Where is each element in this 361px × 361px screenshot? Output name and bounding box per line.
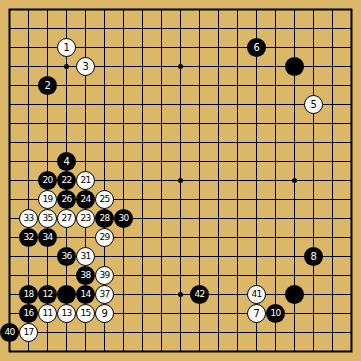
star-point-D16 [64, 64, 69, 69]
stone-move-2-C15: 2 [38, 76, 57, 95]
stones-layer: 1234567891011121314151617181920212223242… [0, 0, 361, 361]
stone-move-33-B8: 33 [19, 209, 38, 228]
move-number: 16 [23, 309, 33, 318]
stone-move-36-D6: 36 [57, 247, 76, 266]
move-number: 34 [42, 233, 52, 242]
stone-move-17-B2: 17 [19, 323, 38, 342]
stone-move-27-D8: 27 [57, 209, 76, 228]
move-number: 42 [194, 290, 204, 299]
move-number: 15 [80, 309, 90, 318]
move-number: 4 [63, 157, 69, 167]
move-number: 25 [99, 195, 109, 204]
star-point-K10 [178, 178, 183, 183]
move-number: 27 [61, 214, 71, 223]
move-number: 11 [42, 309, 52, 318]
move-number: 24 [80, 195, 90, 204]
go-board-diagram[interactable]: 1234567891011121314151617181920212223242… [0, 0, 361, 361]
move-number: 28 [99, 214, 109, 223]
stone-move-32-B7: 32 [19, 228, 38, 247]
move-number: 22 [61, 176, 71, 185]
stone-move-30-G8: 30 [114, 209, 133, 228]
stone-move-23-E8: 23 [76, 209, 95, 228]
handicap-stone-Q16 [285, 57, 304, 76]
move-number: 37 [99, 290, 109, 299]
stone-move-42-L4: 42 [190, 285, 209, 304]
stone-move-39-F5: 39 [95, 266, 114, 285]
stone-move-10-P3: 10 [266, 304, 285, 323]
move-number: 36 [61, 252, 71, 261]
stone-move-4-D11: 4 [57, 152, 76, 171]
move-number: 5 [310, 100, 316, 110]
move-number: 3 [82, 62, 88, 72]
stone-move-41-O4: 41 [247, 285, 266, 304]
move-number: 39 [99, 271, 109, 280]
move-number: 23 [80, 214, 90, 223]
star-point-K4 [178, 292, 183, 297]
stone-move-16-B3: 16 [19, 304, 38, 323]
move-number: 40 [4, 328, 14, 337]
move-number: 18 [23, 290, 33, 299]
stone-move-22-D10: 22 [57, 171, 76, 190]
move-number: 14 [80, 290, 90, 299]
stone-move-15-E3: 15 [76, 304, 95, 323]
stone-move-5-R14: 5 [304, 95, 323, 114]
stone-move-24-E9: 24 [76, 190, 95, 209]
move-number: 6 [253, 43, 259, 53]
move-number: 1 [63, 43, 69, 53]
move-number: 12 [42, 290, 52, 299]
stone-move-38-E5: 38 [76, 266, 95, 285]
move-number: 32 [23, 233, 33, 242]
move-number: 30 [118, 214, 128, 223]
move-number: 41 [251, 290, 261, 299]
stone-move-31-E6: 31 [76, 247, 95, 266]
stone-move-18-B4: 18 [19, 285, 38, 304]
move-number: 38 [80, 271, 90, 280]
handicap-stone-Q4 [285, 285, 304, 304]
move-number: 7 [253, 309, 259, 319]
move-number: 21 [80, 176, 90, 185]
stone-move-12-C4: 12 [38, 285, 57, 304]
move-number: 10 [270, 309, 280, 318]
move-number: 17 [23, 328, 33, 337]
move-number: 2 [44, 81, 50, 91]
stone-move-3-E16: 3 [76, 57, 95, 76]
stone-move-6-O17: 6 [247, 38, 266, 57]
move-number: 13 [61, 309, 71, 318]
stone-move-19-C9: 19 [38, 190, 57, 209]
move-number: 35 [42, 214, 52, 223]
stone-move-21-E10: 21 [76, 171, 95, 190]
move-number: 9 [101, 309, 107, 319]
stone-move-11-C3: 11 [38, 304, 57, 323]
move-number: 33 [23, 214, 33, 223]
stone-move-28-F8: 28 [95, 209, 114, 228]
move-number: 19 [42, 195, 52, 204]
stone-move-25-F9: 25 [95, 190, 114, 209]
move-number: 20 [42, 176, 52, 185]
stone-move-40-A2: 40 [0, 323, 19, 342]
stone-move-29-F7: 29 [95, 228, 114, 247]
star-point-K16 [178, 64, 183, 69]
move-number: 29 [99, 233, 109, 242]
stone-move-34-C7: 34 [38, 228, 57, 247]
move-number: 31 [80, 252, 90, 261]
star-point-Q10 [292, 178, 297, 183]
stone-move-13-D3: 13 [57, 304, 76, 323]
handicap-stone-D4 [57, 285, 76, 304]
stone-move-7-O3: 7 [247, 304, 266, 323]
move-number: 26 [61, 195, 71, 204]
stone-move-9-F3: 9 [95, 304, 114, 323]
stone-move-26-D9: 26 [57, 190, 76, 209]
stone-move-8-R6: 8 [304, 247, 323, 266]
stone-move-20-C10: 20 [38, 171, 57, 190]
stone-move-37-F4: 37 [95, 285, 114, 304]
stone-move-1-D17: 1 [57, 38, 76, 57]
stone-move-35-C8: 35 [38, 209, 57, 228]
stone-move-14-E4: 14 [76, 285, 95, 304]
move-number: 8 [310, 252, 316, 262]
